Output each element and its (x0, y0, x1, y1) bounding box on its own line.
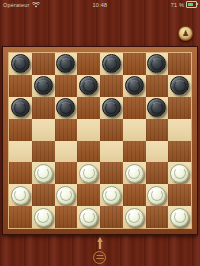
dark-checker-piece[interactable] (125, 76, 144, 95)
checkers-board[interactable] (2, 46, 198, 235)
square-f3[interactable] (123, 162, 146, 184)
square-a3[interactable] (9, 162, 32, 184)
square-d7[interactable] (77, 75, 100, 97)
square-b2[interactable] (32, 184, 55, 206)
light-checker-piece[interactable] (79, 164, 98, 183)
square-b4[interactable] (32, 141, 55, 163)
square-c2[interactable] (55, 184, 78, 206)
bottom-menu-medallion-icon[interactable] (93, 251, 106, 264)
turn-indicator-up-arrow-icon (97, 237, 103, 249)
dark-checker-piece[interactable] (147, 98, 166, 117)
square-a5[interactable] (9, 119, 32, 141)
square-h5[interactable] (168, 119, 191, 141)
dark-checker-piece[interactable] (147, 54, 166, 73)
square-d6[interactable] (77, 97, 100, 119)
dark-checker-piece[interactable] (170, 76, 189, 95)
square-d4[interactable] (77, 141, 100, 163)
square-f4[interactable] (123, 141, 146, 163)
square-f6[interactable] (123, 97, 146, 119)
square-b1[interactable] (32, 206, 55, 228)
square-h1[interactable] (168, 206, 191, 228)
square-h4[interactable] (168, 141, 191, 163)
battery-fill (188, 3, 194, 7)
dark-checker-piece[interactable] (102, 98, 121, 117)
light-checker-piece[interactable] (34, 164, 53, 183)
light-checker-piece[interactable] (11, 186, 30, 205)
square-f5[interactable] (123, 119, 146, 141)
square-c4[interactable] (55, 141, 78, 163)
square-c8[interactable] (55, 53, 78, 75)
square-e7[interactable] (100, 75, 123, 97)
square-e6[interactable] (100, 97, 123, 119)
square-e1[interactable] (100, 206, 123, 228)
square-h2[interactable] (168, 184, 191, 206)
square-g5[interactable] (146, 119, 169, 141)
square-c7[interactable] (55, 75, 78, 97)
dark-checker-piece[interactable] (56, 98, 75, 117)
square-f1[interactable] (123, 206, 146, 228)
dark-checker-piece[interactable] (11, 54, 30, 73)
menu-crown-button[interactable]: ♟ (178, 26, 193, 41)
square-e4[interactable] (100, 141, 123, 163)
square-e3[interactable] (100, 162, 123, 184)
square-c3[interactable] (55, 162, 78, 184)
square-a6[interactable] (9, 97, 32, 119)
light-checker-piece[interactable] (34, 208, 53, 227)
square-e8[interactable] (100, 53, 123, 75)
checkers-app-screen: Opérateur 10:48 71 % ♟ (0, 0, 200, 266)
square-b8[interactable] (32, 53, 55, 75)
square-a8[interactable] (9, 53, 32, 75)
square-a2[interactable] (9, 184, 32, 206)
light-checker-piece[interactable] (56, 186, 75, 205)
square-h7[interactable] (168, 75, 191, 97)
square-g1[interactable] (146, 206, 169, 228)
square-f2[interactable] (123, 184, 146, 206)
square-f7[interactable] (123, 75, 146, 97)
square-d3[interactable] (77, 162, 100, 184)
battery-icon (186, 1, 197, 8)
square-a7[interactable] (9, 75, 32, 97)
light-checker-piece[interactable] (102, 186, 121, 205)
square-h6[interactable] (168, 97, 191, 119)
dark-checker-piece[interactable] (79, 76, 98, 95)
square-b3[interactable] (32, 162, 55, 184)
square-d2[interactable] (77, 184, 100, 206)
light-checker-piece[interactable] (147, 186, 166, 205)
square-c5[interactable] (55, 119, 78, 141)
light-checker-piece[interactable] (170, 208, 189, 227)
square-a4[interactable] (9, 141, 32, 163)
square-g8[interactable] (146, 53, 169, 75)
dark-checker-piece[interactable] (11, 98, 30, 117)
square-h8[interactable] (168, 53, 191, 75)
square-c1[interactable] (55, 206, 78, 228)
square-c6[interactable] (55, 97, 78, 119)
light-checker-piece[interactable] (79, 208, 98, 227)
square-b7[interactable] (32, 75, 55, 97)
light-checker-piece[interactable] (125, 208, 144, 227)
dark-checker-piece[interactable] (102, 54, 121, 73)
square-g3[interactable] (146, 162, 169, 184)
square-g2[interactable] (146, 184, 169, 206)
board-grid (8, 52, 192, 229)
dark-checker-piece[interactable] (34, 76, 53, 95)
light-checker-piece[interactable] (125, 164, 144, 183)
crown-icon: ♟ (182, 29, 189, 37)
square-g4[interactable] (146, 141, 169, 163)
square-b5[interactable] (32, 119, 55, 141)
light-checker-piece[interactable] (170, 164, 189, 183)
square-d5[interactable] (77, 119, 100, 141)
square-e2[interactable] (100, 184, 123, 206)
dark-checker-piece[interactable] (56, 54, 75, 73)
square-g6[interactable] (146, 97, 169, 119)
clock: 10:48 (0, 2, 200, 8)
square-h3[interactable] (168, 162, 191, 184)
square-d1[interactable] (77, 206, 100, 228)
square-b6[interactable] (32, 97, 55, 119)
square-a1[interactable] (9, 206, 32, 228)
square-d8[interactable] (77, 53, 100, 75)
square-f8[interactable] (123, 53, 146, 75)
status-bar: Opérateur 10:48 71 % (0, 0, 200, 9)
square-g7[interactable] (146, 75, 169, 97)
square-e5[interactable] (100, 119, 123, 141)
